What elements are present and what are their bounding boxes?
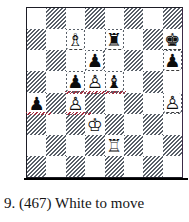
square-f1: [124, 156, 143, 177]
square-c3: [66, 114, 85, 135]
chess-diagram: ♗♜♚♟♟♟♙♝♟♙♙♔♖: [26, 7, 183, 178]
square-d1: [85, 156, 104, 177]
square-e8: [105, 8, 124, 29]
square-c8: [66, 8, 85, 29]
square-f7: [124, 29, 143, 50]
square-a7: [27, 29, 46, 50]
square-g1: [143, 156, 162, 177]
piece-black-pawn-d6: ♟: [86, 51, 103, 70]
square-f8: [124, 8, 143, 29]
square-e3: [105, 114, 124, 135]
square-g8: [143, 8, 162, 29]
square-d8: [85, 8, 104, 29]
square-f6: [124, 50, 143, 71]
square-b2: [46, 135, 65, 156]
square-d4: [85, 93, 104, 114]
square-c2: [66, 135, 85, 156]
square-a4: ♟: [27, 93, 46, 114]
piece-white-bishop-c7: ♗: [67, 30, 84, 50]
square-d2: [85, 135, 104, 156]
square-h6: ♟: [163, 50, 182, 71]
square-b3: [46, 114, 65, 135]
red-squiggle-under-a4: [26, 112, 51, 115]
square-g3: [143, 114, 162, 135]
square-a3: [27, 114, 46, 135]
red-squiggle-under-e5: [104, 91, 126, 94]
square-c1: [66, 156, 85, 177]
square-h2: [163, 135, 182, 156]
red-squiggle-under-c4: [66, 112, 91, 115]
red-squiggle-under-c5-d5: [65, 91, 105, 94]
piece-white-pawn-d5: ♙: [86, 72, 103, 91]
square-c6: [66, 50, 85, 71]
piece-white-pawn-h4: ♙: [164, 93, 181, 113]
square-b7: [46, 29, 65, 50]
piece-black-pawn-a4: ♟: [28, 94, 45, 113]
piece-black-bishop-e5: ♝: [106, 72, 123, 91]
square-d7: [85, 29, 104, 50]
piece-white-rook-e2: ♖: [106, 136, 123, 155]
square-e6: [105, 50, 124, 71]
square-b8: [46, 8, 65, 29]
square-g4: [143, 93, 162, 114]
square-e1: [105, 156, 124, 177]
piece-black-pawn-c5: ♟: [67, 72, 84, 91]
square-e2: ♖: [105, 135, 124, 156]
square-h1: [163, 156, 182, 177]
square-c5: ♟: [66, 71, 85, 92]
square-d3: ♔: [85, 114, 104, 135]
square-a5: [27, 71, 46, 92]
square-g5: [143, 71, 162, 92]
square-h4: ♙: [163, 93, 182, 114]
square-b1: [46, 156, 65, 177]
square-a1: [27, 156, 46, 177]
diagram-bottom-rule: [24, 178, 188, 180]
square-h5: [163, 71, 182, 92]
square-f5: [124, 71, 143, 92]
square-h8: [163, 8, 182, 29]
square-e7: ♜: [105, 29, 124, 50]
piece-white-king-d3: ♔: [86, 115, 103, 134]
square-h3: [163, 114, 182, 135]
square-a6: [27, 50, 46, 71]
square-b6: [46, 50, 65, 71]
square-d6: ♟: [85, 50, 104, 71]
square-c4: ♙: [66, 93, 85, 114]
square-d5: ♙: [85, 71, 104, 92]
piece-black-pawn-h6: ♟: [164, 51, 181, 71]
square-g6: [143, 50, 162, 71]
piece-white-pawn-c4: ♙: [67, 94, 84, 113]
square-f4: [124, 93, 143, 114]
square-e4: [105, 93, 124, 114]
square-e5: ♝: [105, 71, 124, 92]
square-a8: [27, 8, 46, 29]
square-h7: ♚: [163, 29, 182, 50]
square-b4: [46, 93, 65, 114]
square-g2: [143, 135, 162, 156]
square-g7: [143, 29, 162, 50]
square-c7: ♗: [66, 29, 85, 50]
square-a2: [27, 135, 46, 156]
diagram-caption: 9. (467) White to move: [4, 195, 184, 212]
square-b5: [46, 71, 65, 92]
square-f2: [124, 135, 143, 156]
piece-black-king-h7: ♚: [164, 30, 181, 50]
piece-black-rook-e7: ♜: [106, 30, 123, 50]
square-f3: [124, 114, 143, 135]
